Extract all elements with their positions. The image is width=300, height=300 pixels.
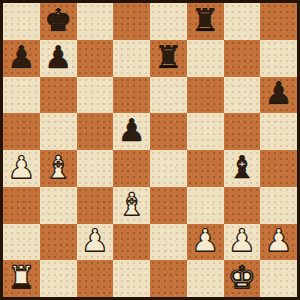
square-h8[interactable]: [260, 3, 297, 40]
square-b3[interactable]: [40, 187, 77, 224]
piece-black-pawn: ♟: [265, 78, 293, 109]
piece-white-pawn: ♟: [265, 225, 293, 256]
square-b1[interactable]: [40, 260, 77, 297]
square-b8[interactable]: ♚: [40, 3, 77, 40]
square-g6[interactable]: [224, 77, 261, 114]
square-e7[interactable]: ♜: [150, 40, 187, 77]
square-b4[interactable]: ♝: [40, 150, 77, 187]
square-g3[interactable]: [224, 187, 261, 224]
square-f4[interactable]: [187, 150, 224, 187]
square-d4[interactable]: [113, 150, 150, 187]
square-d2[interactable]: [113, 224, 150, 261]
square-f6[interactable]: [187, 77, 224, 114]
square-c2[interactable]: ♟: [77, 224, 114, 261]
square-a8[interactable]: [3, 3, 40, 40]
piece-white-bishop: ♝: [44, 152, 72, 183]
square-g5[interactable]: [224, 113, 261, 150]
square-e4[interactable]: [150, 150, 187, 187]
square-a3[interactable]: [3, 187, 40, 224]
square-c7[interactable]: [77, 40, 114, 77]
square-f8[interactable]: ♜: [187, 3, 224, 40]
square-a6[interactable]: [3, 77, 40, 114]
square-e8[interactable]: [150, 3, 187, 40]
square-a7[interactable]: ♟: [3, 40, 40, 77]
piece-black-rook: ♜: [191, 5, 219, 36]
square-a4[interactable]: ♟: [3, 150, 40, 187]
square-f1[interactable]: [187, 260, 224, 297]
square-c4[interactable]: [77, 150, 114, 187]
square-h5[interactable]: [260, 113, 297, 150]
square-e6[interactable]: [150, 77, 187, 114]
board-grid: ♚♜♟♟♜♟♟♟♝♝♝♟♟♟♟♜♚: [3, 3, 297, 297]
square-d3[interactable]: ♝: [113, 187, 150, 224]
piece-white-king: ♚: [228, 262, 256, 293]
square-h3[interactable]: [260, 187, 297, 224]
square-f7[interactable]: [187, 40, 224, 77]
square-e5[interactable]: [150, 113, 187, 150]
square-c1[interactable]: [77, 260, 114, 297]
square-c5[interactable]: [77, 113, 114, 150]
square-b6[interactable]: [40, 77, 77, 114]
square-h4[interactable]: [260, 150, 297, 187]
chess-board: ♚♜♟♟♜♟♟♟♝♝♝♟♟♟♟♜♚: [0, 0, 300, 300]
square-d7[interactable]: [113, 40, 150, 77]
piece-black-bishop: ♝: [228, 152, 256, 183]
square-f5[interactable]: [187, 113, 224, 150]
square-d5[interactable]: ♟: [113, 113, 150, 150]
square-h1[interactable]: [260, 260, 297, 297]
square-c3[interactable]: [77, 187, 114, 224]
square-c6[interactable]: [77, 77, 114, 114]
square-g1[interactable]: ♚: [224, 260, 261, 297]
square-b7[interactable]: ♟: [40, 40, 77, 77]
square-e1[interactable]: [150, 260, 187, 297]
piece-white-pawn: ♟: [7, 152, 35, 183]
piece-black-pawn: ♟: [44, 42, 72, 73]
square-c8[interactable]: [77, 3, 114, 40]
square-g8[interactable]: [224, 3, 261, 40]
square-e3[interactable]: [150, 187, 187, 224]
square-d6[interactable]: [113, 77, 150, 114]
square-b5[interactable]: [40, 113, 77, 150]
square-d1[interactable]: [113, 260, 150, 297]
piece-black-rook: ♜: [154, 42, 182, 73]
square-a5[interactable]: [3, 113, 40, 150]
piece-black-king: ♚: [44, 5, 72, 36]
square-d8[interactable]: [113, 3, 150, 40]
square-h6[interactable]: ♟: [260, 77, 297, 114]
square-h2[interactable]: ♟: [260, 224, 297, 261]
square-f3[interactable]: [187, 187, 224, 224]
piece-white-pawn: ♟: [228, 225, 256, 256]
square-f2[interactable]: ♟: [187, 224, 224, 261]
square-e2[interactable]: [150, 224, 187, 261]
piece-black-pawn: ♟: [7, 42, 35, 73]
piece-white-bishop: ♝: [118, 189, 146, 220]
square-a2[interactable]: [3, 224, 40, 261]
piece-white-pawn: ♟: [81, 225, 109, 256]
piece-black-pawn: ♟: [118, 115, 146, 146]
square-g4[interactable]: ♝: [224, 150, 261, 187]
piece-white-rook: ♜: [7, 262, 35, 293]
square-g2[interactable]: ♟: [224, 224, 261, 261]
piece-white-pawn: ♟: [191, 225, 219, 256]
square-b2[interactable]: [40, 224, 77, 261]
square-a1[interactable]: ♜: [3, 260, 40, 297]
square-g7[interactable]: [224, 40, 261, 77]
square-h7[interactable]: [260, 40, 297, 77]
